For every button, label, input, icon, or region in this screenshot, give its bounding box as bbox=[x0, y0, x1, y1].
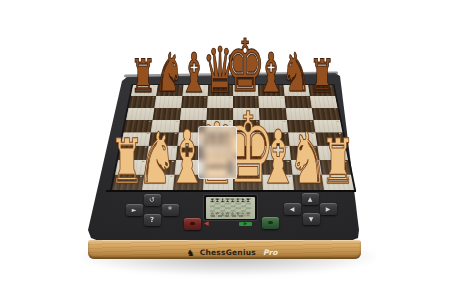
brand-logo: ♞ ChessGenius Pro bbox=[152, 244, 312, 256]
red-button-mark bbox=[190, 222, 195, 225]
chess-computer-photo: ♜♞♝♛♚♝♞♜♜♞♝♛♚♝♞♜ ↺ ► * ? ▲ ◀ ▶ ▼ ♜♞♝♛♚♝♞… bbox=[0, 0, 449, 300]
down-button[interactable]: ▼ bbox=[303, 213, 320, 225]
green-ok-button[interactable] bbox=[262, 217, 279, 229]
left-button[interactable]: ◀ bbox=[284, 203, 301, 215]
help-button[interactable]: ? bbox=[144, 214, 161, 226]
piece-black-rook-h8[interactable]: ♜ bbox=[309, 54, 335, 100]
lcd-status-line bbox=[211, 215, 245, 217]
play-icon: ► bbox=[126, 204, 143, 216]
brand-name: ChessGenius bbox=[200, 248, 256, 257]
down-arrow-icon: ▼ bbox=[303, 213, 320, 225]
piece-black-knight-g8[interactable]: ♞ bbox=[281, 48, 311, 101]
star-icon: * bbox=[162, 204, 179, 216]
right-arrow-icon: ▶ bbox=[320, 203, 337, 215]
watermark-overlay bbox=[198, 126, 237, 179]
red-marker-icon: ◀ bbox=[204, 220, 209, 226]
left-arrow-icon: ◀ bbox=[284, 203, 301, 215]
right-button[interactable]: ▶ bbox=[320, 203, 337, 215]
piece-black-rook-a8[interactable]: ♜ bbox=[130, 54, 156, 100]
play-button[interactable]: ► bbox=[126, 204, 143, 216]
red-cancel-button[interactable] bbox=[184, 218, 201, 230]
star-button[interactable]: * bbox=[162, 204, 179, 216]
brand-suffix: Pro bbox=[263, 248, 277, 257]
knight-icon: ♞ bbox=[187, 248, 195, 258]
help-icon: ? bbox=[144, 214, 161, 226]
green-marker-icon: ▶ bbox=[239, 222, 252, 227]
green-button-mark bbox=[268, 221, 273, 224]
piece-white-rook-h1[interactable]: ♜ bbox=[321, 132, 355, 194]
